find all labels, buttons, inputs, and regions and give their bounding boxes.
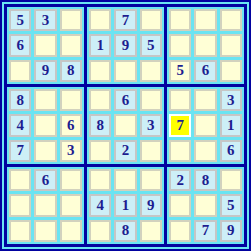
block-3: 56 bbox=[167, 7, 244, 84]
cell-r4c3[interactable] bbox=[60, 89, 82, 111]
cell-r9c6[interactable] bbox=[140, 220, 162, 242]
block-9: 28579 bbox=[167, 167, 244, 244]
cell-r3c1[interactable] bbox=[9, 60, 31, 82]
cell-r3c6[interactable] bbox=[140, 60, 162, 82]
cell-r5c2[interactable] bbox=[34, 114, 56, 136]
cell-r8c5[interactable]: 1 bbox=[114, 194, 136, 216]
cell-r1c9[interactable] bbox=[220, 9, 242, 31]
cell-r8c8[interactable] bbox=[194, 194, 216, 216]
cell-r8c2[interactable] bbox=[34, 194, 56, 216]
cell-r6c9[interactable]: 6 bbox=[220, 140, 242, 162]
cell-r1c6[interactable] bbox=[140, 9, 162, 31]
cell-r5c6[interactable]: 3 bbox=[140, 114, 162, 136]
cell-r9c2[interactable] bbox=[34, 220, 56, 242]
cell-r4c8[interactable] bbox=[194, 89, 216, 111]
cell-r3c7[interactable]: 5 bbox=[169, 60, 191, 82]
cell-r7c7[interactable]: 2 bbox=[169, 169, 191, 191]
cell-r5c8[interactable] bbox=[194, 114, 216, 136]
cell-r5c4[interactable]: 8 bbox=[89, 114, 111, 136]
cell-r9c4[interactable] bbox=[89, 220, 111, 242]
cell-r2c3[interactable] bbox=[60, 34, 82, 56]
cell-r2c6[interactable]: 5 bbox=[140, 34, 162, 56]
cell-r3c2[interactable]: 9 bbox=[34, 60, 56, 82]
sudoku-board-frame: 5369871955684673683237166419828579 bbox=[0, 0, 251, 251]
cell-r6c3[interactable]: 3 bbox=[60, 140, 82, 162]
cell-r7c5[interactable] bbox=[114, 169, 136, 191]
cell-r4c6[interactable] bbox=[140, 89, 162, 111]
cell-r6c6[interactable] bbox=[140, 140, 162, 162]
cell-r2c5[interactable]: 9 bbox=[114, 34, 136, 56]
block-2: 7195 bbox=[87, 7, 164, 84]
cell-r4c5[interactable]: 6 bbox=[114, 89, 136, 111]
cell-r8c3[interactable] bbox=[60, 194, 82, 216]
cell-r8c7[interactable] bbox=[169, 194, 191, 216]
cell-r3c3[interactable]: 8 bbox=[60, 60, 82, 82]
cell-r7c6[interactable] bbox=[140, 169, 162, 191]
cell-r4c7[interactable] bbox=[169, 89, 191, 111]
cell-r9c3[interactable] bbox=[60, 220, 82, 242]
block-5: 6832 bbox=[87, 87, 164, 164]
cell-r7c1[interactable] bbox=[9, 169, 31, 191]
cell-r3c9[interactable] bbox=[220, 60, 242, 82]
cell-r2c1[interactable]: 6 bbox=[9, 34, 31, 56]
cell-r2c4[interactable]: 1 bbox=[89, 34, 111, 56]
cell-r5c7[interactable]: 7 bbox=[169, 114, 191, 136]
cell-r2c9[interactable] bbox=[220, 34, 242, 56]
block-6: 3716 bbox=[167, 87, 244, 164]
cell-r6c5[interactable]: 2 bbox=[114, 140, 136, 162]
cell-r6c7[interactable] bbox=[169, 140, 191, 162]
cell-r1c3[interactable] bbox=[60, 9, 82, 31]
cell-r3c8[interactable]: 6 bbox=[194, 60, 216, 82]
cell-r2c8[interactable] bbox=[194, 34, 216, 56]
cell-r9c5[interactable]: 8 bbox=[114, 220, 136, 242]
cell-r1c8[interactable] bbox=[194, 9, 216, 31]
cell-r5c1[interactable]: 4 bbox=[9, 114, 31, 136]
cell-r4c1[interactable]: 8 bbox=[9, 89, 31, 111]
cell-r2c7[interactable] bbox=[169, 34, 191, 56]
cell-r2c2[interactable] bbox=[34, 34, 56, 56]
cell-r4c9[interactable]: 3 bbox=[220, 89, 242, 111]
block-4: 84673 bbox=[7, 87, 84, 164]
cell-r1c5[interactable]: 7 bbox=[114, 9, 136, 31]
cell-r1c4[interactable] bbox=[89, 9, 111, 31]
cell-r9c8[interactable]: 7 bbox=[194, 220, 216, 242]
cell-r1c7[interactable] bbox=[169, 9, 191, 31]
cell-r9c9[interactable]: 9 bbox=[220, 220, 242, 242]
block-8: 4198 bbox=[87, 167, 164, 244]
block-7: 6 bbox=[7, 167, 84, 244]
cell-r8c1[interactable] bbox=[9, 194, 31, 216]
cell-r4c2[interactable] bbox=[34, 89, 56, 111]
cell-r8c6[interactable]: 9 bbox=[140, 194, 162, 216]
board-inner-frame: 5369871955684673683237166419828579 bbox=[2, 2, 249, 249]
cell-r9c1[interactable] bbox=[9, 220, 31, 242]
cell-r5c5[interactable] bbox=[114, 114, 136, 136]
cell-r7c8[interactable]: 8 bbox=[194, 169, 216, 191]
cell-r6c8[interactable] bbox=[194, 140, 216, 162]
cell-r6c1[interactable]: 7 bbox=[9, 140, 31, 162]
board-blocks: 5369871955684673683237166419828579 bbox=[4, 4, 247, 247]
cell-r6c4[interactable] bbox=[89, 140, 111, 162]
cell-r7c9[interactable] bbox=[220, 169, 242, 191]
cell-r8c9[interactable]: 5 bbox=[220, 194, 242, 216]
cell-r9c7[interactable] bbox=[169, 220, 191, 242]
block-1: 53698 bbox=[7, 7, 84, 84]
cell-r7c3[interactable] bbox=[60, 169, 82, 191]
cell-r7c2[interactable]: 6 bbox=[34, 169, 56, 191]
cell-r1c2[interactable]: 3 bbox=[34, 9, 56, 31]
cell-r3c4[interactable] bbox=[89, 60, 111, 82]
cell-r8c4[interactable]: 4 bbox=[89, 194, 111, 216]
cell-r5c3[interactable]: 6 bbox=[60, 114, 82, 136]
cell-r1c1[interactable]: 5 bbox=[9, 9, 31, 31]
cell-r3c5[interactable] bbox=[114, 60, 136, 82]
cell-r6c2[interactable] bbox=[34, 140, 56, 162]
cell-r4c4[interactable] bbox=[89, 89, 111, 111]
cell-r5c9[interactable]: 1 bbox=[220, 114, 242, 136]
cell-r7c4[interactable] bbox=[89, 169, 111, 191]
